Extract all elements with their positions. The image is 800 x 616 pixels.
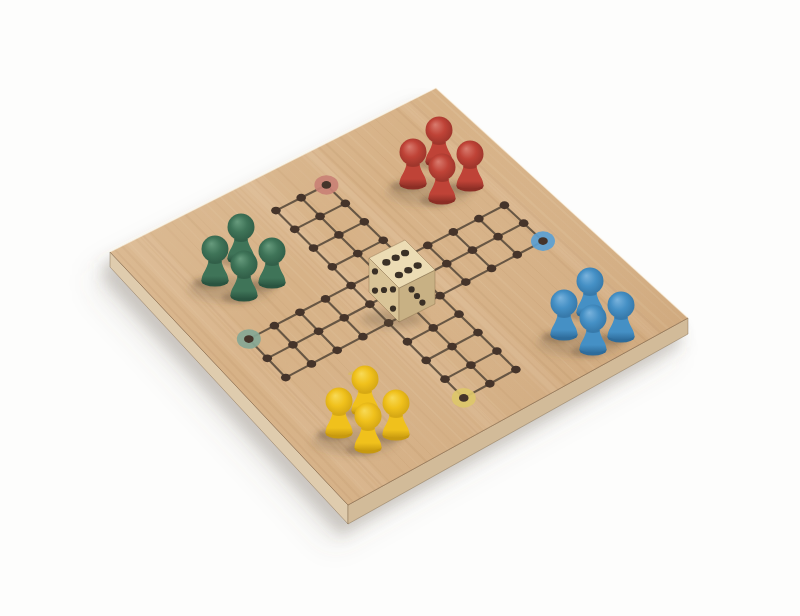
- peg-head: [326, 388, 353, 415]
- peg-head: [426, 117, 453, 144]
- track-hole: [309, 244, 319, 252]
- track-hole: [346, 282, 356, 290]
- track-hole: [449, 228, 459, 236]
- track-hole: [512, 251, 522, 259]
- track-hole: [459, 394, 469, 402]
- track-hole: [339, 314, 349, 322]
- track-hole: [511, 366, 521, 374]
- track-hole: [468, 246, 478, 254]
- photo-stage: [0, 0, 800, 616]
- track-hole: [487, 264, 497, 272]
- track-hole: [474, 215, 484, 223]
- track-hole: [447, 343, 457, 351]
- track-hole: [358, 333, 368, 341]
- track-hole: [327, 263, 337, 271]
- peg-head: [580, 305, 607, 332]
- track-hole: [428, 324, 438, 332]
- track-hole: [485, 380, 495, 388]
- track-hole: [442, 260, 452, 268]
- track-hole: [461, 278, 471, 286]
- track-hole: [314, 327, 324, 335]
- die-pip: [372, 288, 378, 294]
- track-hole: [519, 219, 529, 227]
- track-hole: [378, 236, 388, 244]
- peg-head: [608, 292, 635, 319]
- ludo-board-photo: [0, 0, 800, 616]
- die-pip: [392, 254, 400, 261]
- track-hole: [281, 374, 291, 382]
- peg-head: [383, 390, 410, 417]
- track-hole: [466, 361, 476, 369]
- track-hole: [315, 212, 325, 220]
- track-hole: [322, 181, 332, 189]
- die-pip: [414, 293, 420, 299]
- peg-head: [355, 403, 382, 430]
- peg-head: [352, 366, 379, 393]
- die-pip: [409, 286, 415, 292]
- track-hole: [262, 354, 272, 362]
- die-pip: [419, 300, 425, 306]
- track-hole: [473, 329, 483, 337]
- track-hole: [359, 218, 369, 226]
- track-hole: [296, 194, 306, 202]
- die-pip: [404, 267, 412, 274]
- track-hole: [244, 335, 254, 343]
- track-hole: [423, 242, 433, 250]
- die-pip: [390, 286, 396, 292]
- track-hole: [271, 207, 281, 215]
- peg-head: [457, 141, 484, 168]
- peg-head: [551, 290, 578, 317]
- die-pip: [381, 287, 387, 293]
- track-hole: [307, 360, 317, 368]
- track-hole: [421, 357, 431, 365]
- track-hole: [290, 225, 300, 233]
- peg-head: [400, 139, 427, 166]
- track-hole: [353, 250, 363, 258]
- die-pip: [395, 272, 403, 279]
- track-hole: [500, 201, 510, 209]
- die-pip: [382, 259, 390, 266]
- die-pip: [401, 250, 409, 257]
- track-hole: [365, 300, 375, 308]
- track-hole: [270, 322, 280, 330]
- track-hole: [341, 199, 351, 207]
- track-hole: [440, 375, 450, 383]
- die-pip: [372, 268, 378, 274]
- peg-head: [231, 251, 258, 278]
- peg-head: [228, 214, 255, 241]
- die-pip: [390, 306, 396, 312]
- track-hole: [538, 237, 548, 245]
- track-hole: [454, 310, 464, 318]
- peg-head: [202, 236, 229, 263]
- peg-head: [259, 238, 286, 265]
- track-hole: [288, 341, 298, 349]
- track-hole: [492, 347, 502, 355]
- track-hole: [435, 292, 445, 300]
- peg-head: [577, 268, 604, 295]
- track-hole: [332, 346, 342, 354]
- track-hole: [295, 308, 305, 316]
- track-hole: [334, 231, 344, 239]
- peg-head: [429, 154, 456, 181]
- track-hole: [321, 295, 331, 303]
- die-pip: [414, 262, 422, 269]
- track-hole: [493, 233, 503, 241]
- track-hole: [403, 338, 413, 346]
